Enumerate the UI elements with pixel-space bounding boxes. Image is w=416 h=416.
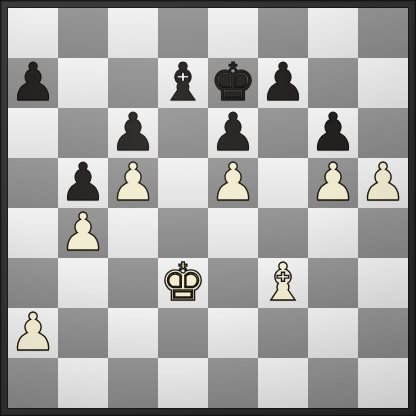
square-c8[interactable] (108, 8, 158, 58)
white-pawn-e5: ♟ (210, 156, 257, 208)
square-g6[interactable]: ♟ (308, 108, 358, 158)
white-pawn-g5: ♟ (310, 156, 357, 208)
square-h7[interactable] (358, 58, 408, 108)
square-c6[interactable]: ♟ (108, 108, 158, 158)
square-e5[interactable]: ♟ (208, 158, 258, 208)
square-e2[interactable] (208, 308, 258, 358)
square-e8[interactable] (208, 8, 258, 58)
black-pawn-a7: ♟ (10, 56, 57, 108)
square-b3[interactable] (58, 258, 108, 308)
square-d6[interactable] (158, 108, 208, 158)
square-c1[interactable] (108, 358, 158, 408)
square-a7[interactable]: ♟ (8, 58, 58, 108)
square-b4[interactable]: ♟ (58, 208, 108, 258)
black-pawn-b5: ♟ (60, 156, 107, 208)
square-h8[interactable] (358, 8, 408, 58)
square-f6[interactable] (258, 108, 308, 158)
square-c4[interactable] (108, 208, 158, 258)
square-c3[interactable] (108, 258, 158, 308)
square-e6[interactable]: ♟ (208, 108, 258, 158)
white-pawn-a2: ♟ (10, 306, 57, 358)
square-f5[interactable] (258, 158, 308, 208)
square-d1[interactable] (158, 358, 208, 408)
square-f7[interactable]: ♟ (258, 58, 308, 108)
square-a5[interactable] (8, 158, 58, 208)
square-g4[interactable] (308, 208, 358, 258)
square-a4[interactable] (8, 208, 58, 258)
square-c5[interactable]: ♟ (108, 158, 158, 208)
white-king-d3: ♚ (160, 256, 207, 308)
white-pawn-b4: ♟ (60, 206, 107, 258)
square-b5[interactable]: ♟ (58, 158, 108, 208)
square-b7[interactable] (58, 58, 108, 108)
square-a3[interactable] (8, 258, 58, 308)
square-h5[interactable]: ♟ (358, 158, 408, 208)
square-f4[interactable] (258, 208, 308, 258)
square-e1[interactable] (208, 358, 258, 408)
square-h6[interactable] (358, 108, 408, 158)
white-pawn-c5: ♟ (110, 156, 157, 208)
black-pawn-g6: ♟ (310, 106, 357, 158)
square-e4[interactable] (208, 208, 258, 258)
black-pawn-c6: ♟ (110, 106, 157, 158)
square-e3[interactable] (208, 258, 258, 308)
black-pawn-e6: ♟ (210, 106, 257, 158)
black-pawn-f7: ♟ (260, 56, 307, 108)
square-g8[interactable] (308, 8, 358, 58)
square-d7[interactable]: ♝ (158, 58, 208, 108)
black-king-e7: ♚ (210, 56, 257, 108)
square-b1[interactable] (58, 358, 108, 408)
square-f2[interactable] (258, 308, 308, 358)
square-h2[interactable] (358, 308, 408, 358)
square-c7[interactable] (108, 58, 158, 108)
square-a2[interactable]: ♟ (8, 308, 58, 358)
square-g2[interactable] (308, 308, 358, 358)
square-a8[interactable] (8, 8, 58, 58)
chess-board: ♟♝♚♟♟♟♟♟♟♟♟♟♟♚♝♟ (8, 8, 408, 408)
square-a6[interactable] (8, 108, 58, 158)
white-bishop-f3: ♝ (260, 256, 307, 308)
square-f1[interactable] (258, 358, 308, 408)
square-h3[interactable] (358, 258, 408, 308)
square-g5[interactable]: ♟ (308, 158, 358, 208)
square-c2[interactable] (108, 308, 158, 358)
square-g7[interactable] (308, 58, 358, 108)
square-g1[interactable] (308, 358, 358, 408)
square-h1[interactable] (358, 358, 408, 408)
square-h4[interactable] (358, 208, 408, 258)
square-f8[interactable] (258, 8, 308, 58)
square-e7[interactable]: ♚ (208, 58, 258, 108)
square-d8[interactable] (158, 8, 208, 58)
square-d3[interactable]: ♚ (158, 258, 208, 308)
black-bishop-d7: ♝ (160, 56, 207, 108)
square-a1[interactable] (8, 358, 58, 408)
white-pawn-h5: ♟ (360, 156, 407, 208)
square-b6[interactable] (58, 108, 108, 158)
square-b2[interactable] (58, 308, 108, 358)
square-g3[interactable] (308, 258, 358, 308)
square-d4[interactable] (158, 208, 208, 258)
square-b8[interactable] (58, 8, 108, 58)
square-f3[interactable]: ♝ (258, 258, 308, 308)
square-d5[interactable] (158, 158, 208, 208)
square-d2[interactable] (158, 308, 208, 358)
board-frame: ♟♝♚♟♟♟♟♟♟♟♟♟♟♚♝♟ (0, 0, 416, 416)
